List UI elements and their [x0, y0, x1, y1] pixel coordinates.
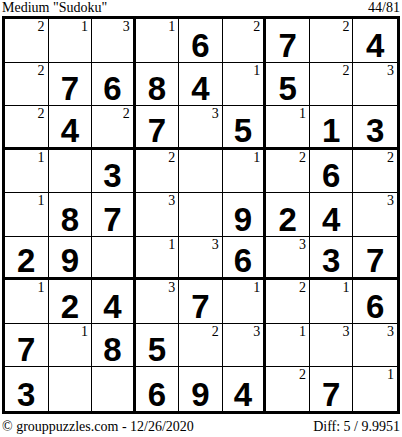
cell-r9c8[interactable]: 7 [310, 367, 354, 411]
pencil-mark: 1 [299, 106, 306, 121]
sudoku-board: 2131627242768415232427351131321262187392… [2, 16, 400, 414]
cell-r7c3[interactable]: 4 [92, 280, 136, 324]
pencil-mark: 1 [168, 19, 175, 34]
pencil-mark: 1 [253, 150, 260, 165]
cell-digit: 4 [353, 29, 397, 62]
cell-r1c9[interactable]: 4 [353, 19, 397, 63]
cell-r3c8[interactable]: 1 [310, 106, 354, 150]
cell-digit: 1 [310, 114, 353, 147]
pencil-mark: 1 [253, 280, 260, 295]
cell-r9c3[interactable] [92, 367, 136, 411]
cell-r5c5[interactable] [179, 193, 223, 237]
cell-r7c7[interactable]: 2 [266, 280, 310, 324]
cell-r7c8[interactable]: 1 [310, 280, 354, 324]
cell-r2c6[interactable]: 1 [223, 63, 267, 107]
cell-digit: 7 [179, 290, 222, 323]
pencil-mark: 1 [253, 63, 260, 78]
pencil-mark: 2 [299, 150, 306, 165]
cell-r2c8[interactable]: 2 [310, 63, 354, 107]
cell-r6c5[interactable]: 3 [179, 237, 223, 281]
cell-r8c1[interactable]: 7 [5, 324, 49, 368]
cell-digit: 6 [223, 244, 264, 277]
cell-digit: 9 [179, 378, 222, 411]
cell-r5c1[interactable]: 1 [5, 193, 49, 237]
cell-r9c7[interactable]: 2 [266, 367, 310, 411]
cell-r3c1[interactable]: 2 [5, 106, 49, 150]
cell-digit: 2 [49, 290, 92, 323]
cell-r9c4[interactable]: 6 [136, 367, 180, 411]
header: Medium "Sudoku" 44/81 [0, 0, 402, 16]
puzzle-title: Medium "Sudoku" [2, 1, 107, 15]
cell-digit: 3 [353, 114, 397, 147]
cell-digit: 7 [310, 378, 353, 411]
pencil-mark: 1 [38, 193, 45, 208]
cell-r5c6[interactable]: 9 [223, 193, 267, 237]
cell-r5c2[interactable]: 8 [49, 193, 93, 237]
pencil-mark: 3 [387, 193, 394, 208]
pencil-mark: 3 [299, 237, 306, 252]
cell-r9c1[interactable]: 3 [5, 367, 49, 411]
cell-digit: 4 [223, 378, 264, 411]
cell-digit: 7 [5, 333, 48, 366]
cell-r5c7[interactable]: 2 [266, 193, 310, 237]
pencil-mark: 2 [123, 106, 130, 121]
cell-digit: 2 [266, 203, 309, 236]
cell-r8c7[interactable]: 1 [266, 324, 310, 368]
cell-digit: 6 [136, 378, 179, 411]
cell-r5c9[interactable]: 3 [353, 193, 397, 237]
cell-r5c8[interactable]: 4 [310, 193, 354, 237]
cell-r1c4[interactable]: 1 [136, 19, 180, 63]
cell-digit: 4 [49, 114, 92, 147]
pencil-mark: 2 [38, 106, 45, 121]
pencil-mark: 3 [212, 106, 219, 121]
pencil-mark: 1 [81, 324, 88, 339]
cell-r6c2[interactable]: 9 [49, 237, 93, 281]
cell-r3c4[interactable]: 7 [136, 106, 180, 150]
cell-digit: 4 [310, 203, 353, 236]
cell-r6c4[interactable]: 1 [136, 237, 180, 281]
difficulty-text: Diff: 5 / 9.9951 [313, 419, 400, 434]
cell-digit: 4 [179, 72, 222, 105]
pencil-mark: 3 [168, 280, 175, 295]
cell-r8c4[interactable]: 5 [136, 324, 180, 368]
cell-r3c7[interactable]: 1 [266, 106, 310, 150]
pencil-mark: 1 [168, 237, 175, 252]
cell-digit: 5 [223, 114, 264, 147]
cell-r9c9[interactable]: 1 [353, 367, 397, 411]
cell-r7c9[interactable]: 6 [353, 280, 397, 324]
cell-digit: 7 [49, 72, 92, 105]
pencil-mark: 3 [168, 193, 175, 208]
cell-r3c5[interactable]: 3 [179, 106, 223, 150]
cell-r7c5[interactable]: 7 [179, 280, 223, 324]
cell-digit: 2 [5, 244, 48, 277]
cell-r8c5[interactable]: 2 [179, 324, 223, 368]
cell-r8c6[interactable]: 3 [223, 324, 267, 368]
pencil-mark: 1 [38, 150, 45, 165]
cell-r2c9[interactable]: 3 [353, 63, 397, 107]
cell-r9c6[interactable]: 4 [223, 367, 267, 411]
cell-r1c3[interactable]: 3 [92, 19, 136, 63]
cell-r2c4[interactable]: 8 [136, 63, 180, 107]
cell-digit: 8 [136, 72, 179, 105]
pencil-mark: 1 [81, 19, 88, 34]
cell-r4c5[interactable] [179, 150, 223, 194]
pencil-mark: 1 [38, 280, 45, 295]
cell-r1c5[interactable]: 6 [179, 19, 223, 63]
cell-r2c7[interactable]: 5 [266, 63, 310, 107]
cell-r4c8[interactable]: 6 [310, 150, 354, 194]
cell-r8c3[interactable]: 8 [92, 324, 136, 368]
progress-counter: 44/81 [368, 1, 400, 15]
cell-digit: 8 [49, 203, 92, 236]
cell-digit: 6 [179, 29, 222, 62]
cell-r9c5[interactable]: 9 [179, 367, 223, 411]
cell-digit: 7 [353, 244, 397, 277]
pencil-mark: 2 [253, 19, 260, 34]
cell-r2c5[interactable]: 4 [179, 63, 223, 107]
cell-r8c2[interactable]: 1 [49, 324, 93, 368]
cell-r1c7[interactable]: 7 [266, 19, 310, 63]
cell-digit: 7 [92, 203, 133, 236]
pencil-mark: 1 [387, 367, 394, 382]
pencil-mark: 3 [212, 237, 219, 252]
cell-digit: 3 [310, 244, 353, 277]
cell-digit: 6 [353, 290, 397, 323]
cell-digit: 4 [92, 290, 133, 323]
pencil-mark: 3 [123, 19, 130, 34]
pencil-mark: 3 [387, 63, 394, 78]
pencil-mark: 1 [342, 280, 349, 295]
cell-r6c7[interactable]: 3 [266, 237, 310, 281]
cell-digit: 6 [92, 72, 133, 105]
cell-digit: 5 [136, 333, 179, 366]
pencil-mark: 2 [38, 19, 45, 34]
cell-r1c1[interactable]: 2 [5, 19, 49, 63]
cell-digit: 7 [266, 29, 309, 62]
cell-r3c2[interactable]: 4 [49, 106, 93, 150]
pencil-mark: 2 [168, 150, 175, 165]
footer: © grouppuzzles.com - 12/26/2020 Diff: 5 … [0, 414, 402, 434]
cell-r9c2[interactable] [49, 367, 93, 411]
cell-r1c2[interactable]: 1 [49, 19, 93, 63]
cell-digit: 3 [5, 378, 48, 411]
pencil-mark: 2 [387, 150, 394, 165]
pencil-mark: 2 [38, 63, 45, 78]
cell-r6c6[interactable]: 6 [223, 237, 267, 281]
pencil-mark: 3 [387, 324, 394, 339]
pencil-mark: 2 [342, 19, 349, 34]
cell-r6c3[interactable] [92, 237, 136, 281]
sudoku-page: Medium "Sudoku" 44/81 213162724276841523… [0, 0, 402, 437]
cell-r3c6[interactable]: 5 [223, 106, 267, 150]
cell-r2c2[interactable]: 7 [49, 63, 93, 107]
pencil-mark: 3 [342, 324, 349, 339]
cell-r4c9[interactable]: 2 [353, 150, 397, 194]
cell-r4c1[interactable]: 1 [5, 150, 49, 194]
cell-r6c1[interactable]: 2 [5, 237, 49, 281]
cell-r3c3[interactable]: 2 [92, 106, 136, 150]
pencil-mark: 1 [299, 324, 306, 339]
cell-digit: 5 [266, 72, 309, 105]
cell-r6c8[interactable]: 3 [310, 237, 354, 281]
cell-r4c2[interactable] [49, 150, 93, 194]
cell-r7c4[interactable]: 3 [136, 280, 180, 324]
cell-digit: 8 [92, 333, 133, 366]
cell-r7c2[interactable]: 2 [49, 280, 93, 324]
cell-r7c6[interactable]: 1 [223, 280, 267, 324]
cell-r2c3[interactable]: 6 [92, 63, 136, 107]
pencil-mark: 2 [342, 63, 349, 78]
pencil-mark: 2 [212, 324, 219, 339]
pencil-mark: 3 [253, 324, 260, 339]
cell-r8c8[interactable]: 3 [310, 324, 354, 368]
cell-r4c3[interactable]: 3 [92, 150, 136, 194]
cell-r4c6[interactable]: 1 [223, 150, 267, 194]
cell-r8c9[interactable]: 3 [353, 324, 397, 368]
cell-r6c9[interactable]: 7 [353, 237, 397, 281]
cell-digit: 9 [49, 244, 92, 277]
cell-r1c8[interactable]: 2 [310, 19, 354, 63]
pencil-mark: 2 [299, 367, 306, 382]
cell-r3c9[interactable]: 3 [353, 106, 397, 150]
cell-digit: 9 [223, 203, 264, 236]
cell-r7c1[interactable]: 1 [5, 280, 49, 324]
pencil-mark: 2 [299, 280, 306, 295]
cell-digit: 7 [136, 114, 179, 147]
cell-digit: 6 [310, 159, 353, 192]
copyright-text: © grouppuzzles.com - 12/26/2020 [2, 419, 194, 434]
cell-digit: 3 [92, 159, 133, 192]
cell-r4c7[interactable]: 2 [266, 150, 310, 194]
cell-r2c1[interactable]: 2 [5, 63, 49, 107]
cell-r5c3[interactable]: 7 [92, 193, 136, 237]
cell-r1c6[interactable]: 2 [223, 19, 267, 63]
cell-r5c4[interactable]: 3 [136, 193, 180, 237]
cell-r4c4[interactable]: 2 [136, 150, 180, 194]
